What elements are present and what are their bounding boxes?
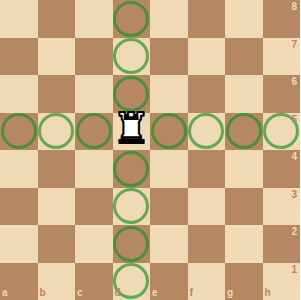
rank-label-4: 4 [291, 152, 297, 162]
legal-move-ring-d2[interactable] [113, 226, 149, 262]
file-label-f: f [190, 288, 193, 298]
rank-label-5: 5 [291, 115, 297, 125]
square-a7[interactable] [0, 38, 38, 76]
square-c1[interactable]: c [75, 263, 113, 300]
square-f2[interactable] [188, 225, 226, 263]
square-d4[interactable] [113, 150, 151, 188]
square-h1[interactable]: h1 [263, 263, 301, 300]
square-f5[interactable] [188, 113, 226, 151]
square-e3[interactable] [150, 188, 188, 226]
square-f1[interactable]: f [188, 263, 226, 300]
square-f4[interactable] [188, 150, 226, 188]
square-b3[interactable] [38, 188, 76, 226]
square-b6[interactable] [38, 75, 76, 113]
square-h8[interactable]: 8 [263, 0, 301, 38]
file-label-b: b [40, 288, 46, 298]
legal-move-ring-g5[interactable] [226, 113, 262, 149]
square-h2[interactable]: 2 [263, 225, 301, 263]
square-g8[interactable] [225, 0, 263, 38]
square-b5[interactable] [38, 113, 76, 151]
file-label-c: c [77, 288, 83, 298]
square-h7[interactable]: 7 [263, 38, 301, 76]
legal-move-ring-d3[interactable] [113, 188, 149, 224]
square-e7[interactable] [150, 38, 188, 76]
square-f7[interactable] [188, 38, 226, 76]
legal-move-ring-d4[interactable] [113, 151, 149, 187]
square-h5[interactable]: 5 [263, 113, 301, 151]
square-c5[interactable] [75, 113, 113, 151]
square-g3[interactable] [225, 188, 263, 226]
square-c4[interactable] [75, 150, 113, 188]
square-e4[interactable] [150, 150, 188, 188]
file-label-e: e [152, 288, 158, 298]
square-c6[interactable] [75, 75, 113, 113]
square-g5[interactable] [225, 113, 263, 151]
file-label-h: h [265, 288, 271, 298]
legal-move-ring-e5[interactable] [151, 113, 187, 149]
square-a5[interactable] [0, 113, 38, 151]
legal-move-ring-f5[interactable] [188, 113, 224, 149]
square-d3[interactable] [113, 188, 151, 226]
square-e8[interactable] [150, 0, 188, 38]
legal-move-ring-d8[interactable] [113, 1, 149, 37]
file-label-g: g [227, 288, 233, 298]
square-a8[interactable] [0, 0, 38, 38]
rank-label-8: 8 [291, 2, 297, 12]
square-a6[interactable] [0, 75, 38, 113]
square-d8[interactable] [113, 0, 151, 38]
chess-board: 876♜5432abcdefgh1 [0, 0, 300, 300]
file-label-d: d [115, 288, 121, 298]
square-f8[interactable] [188, 0, 226, 38]
legal-move-ring-d7[interactable] [113, 38, 149, 74]
square-g4[interactable] [225, 150, 263, 188]
square-g6[interactable] [225, 75, 263, 113]
legal-move-ring-a5[interactable] [1, 113, 37, 149]
square-a4[interactable] [0, 150, 38, 188]
square-b1[interactable]: b [38, 263, 76, 300]
square-e6[interactable] [150, 75, 188, 113]
white-rook-piece[interactable]: ♜ [112, 109, 150, 151]
square-a2[interactable] [0, 225, 38, 263]
square-f6[interactable] [188, 75, 226, 113]
square-a3[interactable] [0, 188, 38, 226]
square-h6[interactable]: 6 [263, 75, 301, 113]
square-d2[interactable] [113, 225, 151, 263]
rank-label-2: 2 [291, 227, 297, 237]
square-g1[interactable]: g [225, 263, 263, 300]
rank-label-1: 1 [291, 265, 297, 275]
square-h4[interactable]: 4 [263, 150, 301, 188]
square-b4[interactable] [38, 150, 76, 188]
square-e2[interactable] [150, 225, 188, 263]
square-d7[interactable] [113, 38, 151, 76]
square-b2[interactable] [38, 225, 76, 263]
square-g2[interactable] [225, 225, 263, 263]
rank-label-3: 3 [291, 190, 297, 200]
legal-move-ring-c5[interactable] [76, 113, 112, 149]
square-a1[interactable]: a [0, 263, 38, 300]
square-e5[interactable] [150, 113, 188, 151]
square-c7[interactable] [75, 38, 113, 76]
square-d1[interactable]: d [113, 263, 151, 300]
rank-label-6: 6 [291, 77, 297, 87]
square-c2[interactable] [75, 225, 113, 263]
rank-label-7: 7 [291, 40, 297, 50]
square-c3[interactable] [75, 188, 113, 226]
file-label-a: a [2, 288, 8, 298]
square-h3[interactable]: 3 [263, 188, 301, 226]
square-e1[interactable]: e [150, 263, 188, 300]
square-f3[interactable] [188, 188, 226, 226]
square-d5[interactable]: ♜ [113, 113, 151, 151]
square-b7[interactable] [38, 38, 76, 76]
square-g7[interactable] [225, 38, 263, 76]
square-c8[interactable] [75, 0, 113, 38]
square-b8[interactable] [38, 0, 76, 38]
legal-move-ring-b5[interactable] [38, 113, 74, 149]
